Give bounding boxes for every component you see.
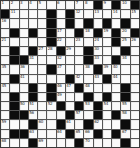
cell-r14c6[interactable] [47, 120, 55, 128]
clue-number: 51 [29, 102, 34, 106]
cell-r14c11[interactable]: 62 [94, 120, 102, 128]
block-cell-r15c3 [20, 130, 28, 138]
cell-r15c9[interactable]: 65 [75, 130, 83, 138]
cell-r9c1[interactable] [1, 75, 9, 83]
block-cell-r1c15 [131, 1, 139, 9]
cell-r2c13[interactable]: 14 [112, 10, 120, 18]
cell-r12c15[interactable] [131, 102, 139, 110]
cell-r3c13[interactable] [112, 19, 120, 27]
block-cell-r3c8 [66, 19, 74, 27]
cell-r2c5[interactable] [38, 10, 46, 18]
cell-r2c14[interactable] [121, 10, 129, 18]
block-cell-r2c1 [1, 10, 9, 18]
cell-r11c13[interactable] [112, 93, 120, 101]
cell-r16c12[interactable] [103, 139, 111, 147]
cell-r11c5[interactable] [38, 93, 46, 101]
clue-number: 57 [76, 111, 81, 115]
clue-number: 68 [2, 139, 7, 143]
cell-r11c1[interactable] [1, 93, 9, 101]
block-cell-r10c6 [47, 84, 55, 92]
clue-number: 48 [85, 84, 90, 88]
cell-r5c11[interactable]: 24 [94, 38, 102, 46]
cell-r4c1[interactable] [1, 29, 9, 37]
cell-r9c5[interactable] [38, 75, 46, 83]
block-cell-r4c11 [94, 29, 102, 37]
cell-r5c7[interactable]: 22 [57, 38, 65, 46]
cell-r6c3[interactable] [20, 47, 28, 55]
block-cell-r7c3 [20, 56, 28, 64]
cell-r3c4[interactable] [29, 19, 37, 27]
block-cell-r11c6 [47, 93, 55, 101]
block-cell-r4c2 [10, 29, 18, 37]
clue-number: 1 [2, 1, 4, 5]
cell-r1c5[interactable]: 5 [38, 1, 46, 9]
cell-r7c6[interactable] [47, 56, 55, 64]
cell-r15c10[interactable]: 66 [84, 130, 92, 138]
cell-r16c15[interactable] [131, 139, 139, 147]
block-cell-r4c6 [47, 29, 55, 37]
cell-r2c11[interactable]: 13 [94, 10, 102, 18]
cell-r16c2[interactable] [10, 139, 18, 147]
cell-r5c3[interactable] [20, 38, 28, 46]
cell-r7c8[interactable] [66, 56, 74, 64]
clue-number: 59 [2, 120, 7, 124]
cell-r6c1[interactable] [1, 47, 9, 55]
cell-r11c3[interactable] [20, 93, 28, 101]
clue-number: 52 [48, 102, 53, 106]
cell-r8c13[interactable]: 40 [112, 65, 120, 73]
cell-r6c8[interactable]: 29 [66, 47, 74, 55]
block-cell-r9c12 [103, 75, 111, 83]
cell-r10c3[interactable] [20, 84, 28, 92]
cell-r2c4[interactable] [29, 10, 37, 18]
cell-r14c15[interactable] [131, 120, 139, 128]
block-cell-r15c2 [10, 130, 18, 138]
cell-r10c8[interactable]: 47 [66, 84, 74, 92]
block-cell-r2c6 [47, 10, 55, 18]
cell-r1c3[interactable]: 3 [20, 1, 28, 9]
cell-r2c9[interactable]: 12 [75, 10, 83, 18]
cell-r5c10[interactable] [84, 38, 92, 46]
cell-r3c11[interactable] [94, 19, 102, 27]
cell-r7c14[interactable]: 34 [121, 56, 129, 64]
cell-r7c12[interactable] [103, 56, 111, 64]
clue-number: 24 [94, 38, 99, 42]
clue-number: 29 [66, 47, 71, 51]
cell-r12c12[interactable]: 54 [103, 102, 111, 110]
cell-r3c1[interactable]: 16 [1, 19, 9, 27]
clue-number: 2 [11, 1, 13, 5]
clue-number: 61 [66, 120, 71, 124]
cell-r16c10[interactable]: 70 [84, 139, 92, 147]
block-cell-r2c8 [66, 10, 74, 18]
cell-r7c11[interactable]: 33 [94, 56, 102, 64]
cell-r13c9[interactable]: 57 [75, 111, 83, 119]
cell-r5c14[interactable]: 25 [121, 38, 129, 46]
clue-number: 67 [122, 130, 127, 134]
clue-number: 3 [20, 1, 22, 5]
cell-r1c6[interactable] [47, 1, 55, 9]
clue-number: 54 [103, 102, 108, 106]
cell-r4c3[interactable] [20, 29, 28, 37]
block-cell-r10c4 [29, 84, 37, 92]
cell-r15c14[interactable]: 67 [121, 130, 129, 138]
cell-r2c7[interactable] [57, 10, 65, 18]
cell-r8c12[interactable]: 39 [103, 65, 111, 73]
cell-r3c7[interactable] [57, 19, 65, 27]
cell-r9c6[interactable] [47, 75, 55, 83]
cell-r12c13[interactable] [112, 102, 120, 110]
cell-r16c8[interactable] [66, 139, 74, 147]
cell-r9c11[interactable]: 43 [94, 75, 102, 83]
block-cell-r6c7 [57, 47, 65, 55]
cell-r5c8[interactable] [66, 38, 74, 46]
cell-r10c11[interactable] [94, 84, 102, 92]
clue-number: 20 [122, 29, 127, 33]
block-cell-r10c14 [121, 84, 129, 92]
block-cell-r1c11 [94, 1, 102, 9]
cell-r6c12[interactable] [103, 47, 111, 55]
block-cell-r6c4 [29, 47, 37, 55]
block-cell-r6c2 [10, 47, 18, 55]
cell-r14c3[interactable] [20, 120, 28, 128]
cell-r5c9[interactable]: 23 [75, 38, 83, 46]
cell-r10c10[interactable]: 48 [84, 84, 92, 92]
cell-r6c13[interactable] [112, 47, 120, 55]
cell-r7c4[interactable]: 31 [29, 56, 37, 64]
cell-r13c4[interactable]: 56 [29, 111, 37, 119]
clue-number: 32 [57, 56, 62, 60]
cell-r15c4[interactable]: 63 [29, 130, 37, 138]
cell-r11c15[interactable] [131, 93, 139, 101]
cell-r4c10[interactable]: 18 [84, 29, 92, 37]
clue-number: 36 [20, 65, 25, 69]
clue-number: 60 [39, 120, 44, 124]
clue-number: 18 [85, 29, 90, 33]
cell-r9c13[interactable]: 44 [112, 75, 120, 83]
cell-r7c7[interactable]: 32 [57, 56, 65, 64]
block-cell-r13c11 [94, 111, 102, 119]
cell-r6c15[interactable] [131, 47, 139, 55]
cell-r11c9[interactable] [75, 93, 83, 101]
block-cell-r16c9 [75, 139, 83, 147]
cell-r14c12[interactable] [103, 120, 111, 128]
cell-r6c9[interactable] [75, 47, 83, 55]
cell-r4c8[interactable] [66, 29, 74, 37]
cell-r12c14[interactable]: 55 [121, 102, 129, 110]
clue-number: 40 [113, 65, 118, 69]
clue-number: 66 [85, 130, 90, 134]
block-cell-r15c8 [66, 130, 74, 138]
clue-number: 17 [57, 29, 62, 33]
clue-number: 63 [29, 130, 34, 134]
cell-r7c9[interactable] [75, 56, 83, 64]
cell-r7c1[interactable] [1, 56, 9, 64]
cell-r2c3[interactable] [20, 10, 28, 18]
cell-r16c6[interactable] [47, 139, 55, 147]
block-cell-r9c8 [66, 75, 74, 83]
cell-r5c4[interactable] [29, 38, 37, 46]
clue-number: 28 [48, 47, 53, 51]
cell-r1c1[interactable]: 1 [1, 1, 9, 9]
cell-r11c7[interactable]: 49 [57, 93, 65, 101]
cell-r3c2[interactable] [10, 19, 18, 27]
block-cell-r14c4 [29, 120, 37, 128]
block-cell-r7c10 [84, 56, 92, 64]
clue-number: 45 [2, 84, 7, 88]
cell-r3c9[interactable] [75, 19, 83, 27]
block-cell-r6c10 [84, 47, 92, 55]
block-cell-r5c6 [47, 38, 55, 46]
clue-number: 41 [20, 75, 25, 79]
cell-r1c2[interactable]: 2 [10, 1, 18, 9]
cell-r3c3[interactable] [20, 19, 28, 27]
cell-r13c14[interactable]: 58 [121, 111, 129, 119]
block-cell-r11c10 [84, 93, 92, 101]
block-cell-r12c11 [94, 102, 102, 110]
block-cell-r4c15 [131, 29, 139, 37]
cell-r5c12[interactable] [103, 38, 111, 46]
cell-r8c1[interactable]: 35 [1, 65, 9, 73]
cell-r15c6[interactable] [47, 130, 55, 138]
block-cell-r9c2 [10, 75, 18, 83]
clue-number: 38 [85, 65, 90, 69]
cell-r13c1[interactable] [1, 111, 9, 119]
cell-r2c12[interactable] [103, 10, 111, 18]
cell-r13c7[interactable] [57, 111, 65, 119]
cell-r10c5[interactable] [38, 84, 46, 92]
cell-r16c13[interactable] [112, 139, 120, 147]
block-cell-r1c13 [112, 1, 120, 9]
block-cell-r6c14 [121, 47, 129, 55]
cell-r12c8[interactable] [66, 102, 74, 110]
clue-number: 44 [113, 75, 118, 79]
cell-r9c14[interactable] [121, 75, 129, 83]
cell-r8c3[interactable]: 36 [20, 65, 28, 73]
clue-number: 56 [29, 111, 34, 115]
cell-r1c7[interactable]: 6 [57, 1, 65, 9]
block-cell-r4c9 [75, 29, 83, 37]
clue-number: 7 [76, 1, 78, 5]
clue-number: 30 [94, 47, 99, 51]
cell-r6c6[interactable]: 28 [47, 47, 55, 55]
clue-number: 62 [94, 120, 99, 124]
block-cell-r12c2 [10, 102, 18, 110]
clue-number: 6 [57, 1, 59, 5]
cell-r3c15[interactable] [131, 19, 139, 27]
clue-number: 5 [39, 1, 41, 5]
cell-r7c5[interactable] [38, 56, 46, 64]
cell-r14c13[interactable] [112, 120, 120, 128]
cell-r8c15[interactable] [131, 65, 139, 73]
cell-r16c5[interactable]: 69 [38, 139, 46, 147]
cell-r16c7[interactable] [57, 139, 65, 147]
cell-r12c3[interactable]: 50 [20, 102, 28, 110]
clue-number: 16 [2, 19, 7, 23]
cell-r2c15[interactable]: 15 [131, 10, 139, 18]
block-cell-r15c11 [94, 130, 102, 138]
cell-r13c5[interactable] [38, 111, 46, 119]
clue-number: 21 [2, 38, 7, 42]
block-cell-r13c3 [20, 111, 28, 119]
clue-number: 49 [57, 93, 62, 97]
block-cell-r4c13 [112, 29, 120, 37]
cell-r14c2[interactable] [10, 120, 18, 128]
cell-r15c5[interactable] [38, 130, 46, 138]
cell-r12c5[interactable] [38, 102, 46, 110]
block-cell-r3c6 [47, 19, 55, 27]
cell-r13c10[interactable] [84, 111, 92, 119]
clue-number: 19 [103, 29, 108, 33]
cell-r1c12[interactable]: 9 [103, 1, 111, 9]
clue-number: 8 [85, 1, 87, 5]
cell-r4c7[interactable]: 17 [57, 29, 65, 37]
block-cell-r12c7 [57, 102, 65, 110]
cell-r14c9[interactable] [75, 120, 83, 128]
clue-number: 26 [131, 38, 136, 42]
cell-r11c8[interactable] [66, 93, 74, 101]
cell-r1c8[interactable] [66, 1, 74, 9]
cell-r5c5[interactable] [38, 38, 46, 46]
clue-number: 43 [94, 75, 99, 79]
cell-r9c10[interactable] [84, 75, 92, 83]
cell-r15c1[interactable] [1, 130, 9, 138]
cell-r8c9[interactable] [75, 65, 83, 73]
clue-number: 11 [11, 10, 16, 14]
block-cell-r14c14 [121, 120, 129, 128]
clue-number: 27 [39, 47, 44, 51]
block-cell-r11c14 [121, 93, 129, 101]
cell-r15c12[interactable] [103, 130, 111, 138]
crossword-board: 1234567891011121314151617181920212223242… [0, 0, 140, 148]
cell-r8c4[interactable] [29, 65, 37, 73]
cell-r9c7[interactable] [57, 75, 65, 83]
block-cell-r15c13 [112, 130, 120, 138]
cell-r4c12[interactable]: 19 [103, 29, 111, 37]
clue-number: 47 [66, 84, 71, 88]
clue-number: 33 [94, 56, 99, 60]
clue-number: 42 [76, 75, 81, 79]
clue-number: 12 [76, 10, 81, 14]
cell-r3c5[interactable] [38, 19, 46, 27]
cell-r4c14[interactable]: 20 [121, 29, 129, 37]
cell-r12c1[interactable] [1, 102, 9, 110]
clue-number: 25 [122, 38, 127, 42]
cell-r11c11[interactable] [94, 93, 102, 101]
cell-r9c15[interactable] [131, 75, 139, 83]
cell-r9c9[interactable]: 42 [75, 75, 83, 83]
cell-r10c7[interactable]: 46 [57, 84, 65, 92]
clue-number: 55 [122, 102, 127, 106]
cell-r6c11[interactable]: 30 [94, 47, 102, 55]
cell-r14c8[interactable]: 61 [66, 120, 74, 128]
block-cell-r3c12 [103, 19, 111, 27]
cell-r15c7[interactable]: 64 [57, 130, 65, 138]
clue-number: 69 [39, 139, 44, 143]
cell-r8c8[interactable] [66, 65, 74, 73]
cell-r5c1[interactable]: 21 [1, 38, 9, 46]
cell-r15c15[interactable] [131, 130, 139, 138]
clue-number: 53 [85, 102, 90, 106]
cell-r8c14[interactable] [121, 65, 129, 73]
clue-number: 37 [57, 65, 62, 69]
cell-r10c15[interactable] [131, 84, 139, 92]
cell-r9c4[interactable] [29, 75, 37, 83]
cell-r16c1[interactable]: 68 [1, 139, 9, 147]
cell-r10c1[interactable]: 45 [1, 84, 9, 92]
clue-number: 65 [76, 130, 81, 134]
cell-r5c2[interactable] [10, 38, 18, 46]
cell-r1c9[interactable]: 7 [75, 1, 83, 9]
cell-r12c10[interactable]: 53 [84, 102, 92, 110]
cell-r13c15[interactable] [131, 111, 139, 119]
clue-number: 4 [29, 1, 31, 5]
cell-r1c4[interactable]: 4 [29, 1, 37, 9]
cell-r16c11[interactable] [94, 139, 102, 147]
clue-number: 13 [94, 10, 99, 14]
block-cell-r11c12 [103, 93, 111, 101]
clue-number: 10 [122, 1, 127, 5]
block-cell-r16c4 [29, 139, 37, 147]
clue-number: 34 [122, 56, 127, 60]
cell-r12c6[interactable]: 52 [47, 102, 55, 110]
cell-r1c14[interactable]: 10 [121, 1, 129, 9]
block-cell-r13c8 [66, 111, 74, 119]
block-cell-r3c10 [84, 19, 92, 27]
cell-r8c5[interactable] [38, 65, 46, 73]
cell-r13c12[interactable] [103, 111, 111, 119]
clue-number: 9 [103, 1, 105, 5]
cell-r8c10[interactable]: 38 [84, 65, 92, 73]
cell-r12c4[interactable]: 51 [29, 102, 37, 110]
cell-r14c1[interactable]: 59 [1, 120, 9, 128]
cell-r10c13[interactable] [112, 84, 120, 92]
clue-number: 70 [85, 139, 90, 143]
cell-r4c5[interactable] [38, 29, 46, 37]
cell-r10c12[interactable] [103, 84, 111, 92]
block-cell-r8c6 [47, 65, 55, 73]
cell-r13c6[interactable] [47, 111, 55, 119]
clue-number: 35 [2, 65, 7, 69]
block-cell-r7c2 [10, 56, 18, 64]
block-cell-r10c9 [75, 84, 83, 92]
cell-r2c2[interactable]: 11 [10, 10, 18, 18]
block-cell-r14c10 [84, 120, 92, 128]
cell-r16c3[interactable] [20, 139, 28, 147]
clue-number: 64 [57, 130, 62, 134]
cell-r10c2[interactable] [10, 84, 18, 92]
clue-number: 14 [113, 10, 118, 14]
block-cell-r7c13 [112, 56, 120, 64]
cell-r14c5[interactable]: 60 [38, 120, 46, 128]
cell-r8c2[interactable] [10, 65, 18, 73]
block-cell-r5c13 [112, 38, 120, 46]
cell-r1c10[interactable]: 8 [84, 1, 92, 9]
clue-number: 23 [76, 38, 81, 42]
cell-r9c3[interactable]: 41 [20, 75, 28, 83]
cell-r7c15[interactable] [131, 56, 139, 64]
block-cell-r11c4 [29, 93, 37, 101]
block-cell-r3c14 [121, 19, 129, 27]
cell-r2c10[interactable] [84, 10, 92, 18]
cell-r8c7[interactable]: 37 [57, 65, 65, 73]
clue-number: 50 [20, 102, 25, 106]
block-cell-r13c2 [10, 111, 18, 119]
clue-number: 46 [57, 84, 62, 88]
cell-r6c5[interactable]: 27 [38, 47, 46, 55]
block-cell-r16c14 [121, 139, 129, 147]
cell-r5c15[interactable]: 26 [131, 38, 139, 46]
